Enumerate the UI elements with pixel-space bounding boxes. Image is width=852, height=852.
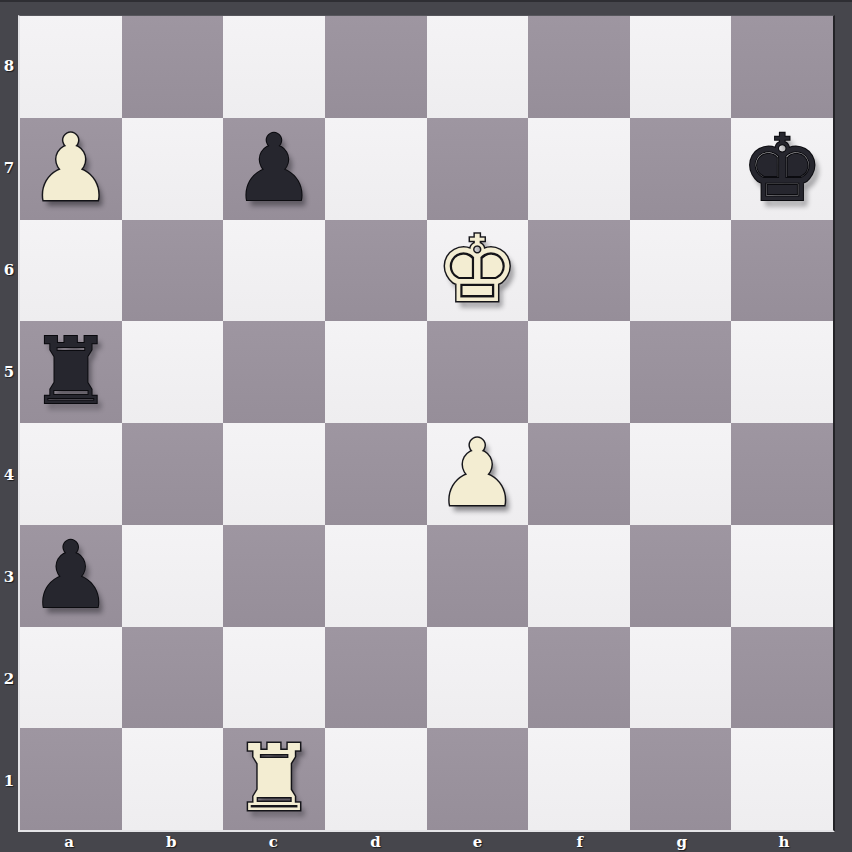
square-d1[interactable] (325, 728, 427, 830)
square-c4[interactable] (223, 423, 325, 525)
rank-label-3: 3 (0, 526, 18, 628)
square-d6[interactable] (325, 220, 427, 322)
piece-white-king-e6[interactable]: ♚ (436, 224, 518, 316)
square-g1[interactable] (630, 728, 732, 830)
square-h3[interactable] (731, 525, 833, 627)
square-h1[interactable] (731, 728, 833, 830)
square-f8[interactable] (528, 16, 630, 118)
square-b2[interactable] (122, 627, 224, 729)
file-label-g: g (631, 832, 733, 852)
square-b3[interactable] (122, 525, 224, 627)
square-f2[interactable] (528, 627, 630, 729)
square-e6[interactable]: ♚ (427, 220, 529, 322)
square-d2[interactable] (325, 627, 427, 729)
square-e7[interactable] (427, 118, 529, 220)
square-h5[interactable] (731, 321, 833, 423)
square-g2[interactable] (630, 627, 732, 729)
rank-label-1: 1 (0, 730, 18, 832)
square-c3[interactable] (223, 525, 325, 627)
square-c2[interactable] (223, 627, 325, 729)
chess-board: ♟♟♚♚♜♟♟♜ (18, 15, 835, 832)
square-b7[interactable] (122, 118, 224, 220)
square-d5[interactable] (325, 321, 427, 423)
square-a7[interactable]: ♟ (20, 118, 122, 220)
square-a2[interactable] (20, 627, 122, 729)
file-label-e: e (427, 832, 529, 852)
square-a6[interactable] (20, 220, 122, 322)
square-d8[interactable] (325, 16, 427, 118)
rank-label-5: 5 (0, 321, 18, 423)
square-f5[interactable] (528, 321, 630, 423)
piece-black-rook-a5[interactable]: ♜ (30, 326, 112, 418)
square-e8[interactable] (427, 16, 529, 118)
file-label-a: a (18, 832, 120, 852)
piece-white-pawn-e4[interactable]: ♟ (436, 428, 518, 520)
square-h4[interactable] (731, 423, 833, 525)
square-g4[interactable] (630, 423, 732, 525)
square-g7[interactable] (630, 118, 732, 220)
file-label-f: f (529, 832, 631, 852)
file-label-c: c (222, 832, 324, 852)
square-b1[interactable] (122, 728, 224, 830)
square-e1[interactable] (427, 728, 529, 830)
square-c6[interactable] (223, 220, 325, 322)
piece-black-king-h7[interactable]: ♚ (741, 123, 823, 215)
square-h7[interactable]: ♚ (731, 118, 833, 220)
rank-label-6: 6 (0, 219, 18, 321)
square-e4[interactable]: ♟ (427, 423, 529, 525)
file-labels: abcdefgh (18, 832, 835, 852)
square-b5[interactable] (122, 321, 224, 423)
piece-black-pawn-a3[interactable]: ♟ (30, 530, 112, 622)
square-a4[interactable] (20, 423, 122, 525)
square-f1[interactable] (528, 728, 630, 830)
square-c1[interactable]: ♜ (223, 728, 325, 830)
square-e2[interactable] (427, 627, 529, 729)
square-e3[interactable] (427, 525, 529, 627)
rank-label-2: 2 (0, 628, 18, 730)
square-b6[interactable] (122, 220, 224, 322)
square-g8[interactable] (630, 16, 732, 118)
rank-labels: 87654321 (0, 15, 18, 832)
file-label-b: b (120, 832, 222, 852)
square-h8[interactable] (731, 16, 833, 118)
square-a3[interactable]: ♟ (20, 525, 122, 627)
square-c8[interactable] (223, 16, 325, 118)
square-b8[interactable] (122, 16, 224, 118)
square-c7[interactable]: ♟ (223, 118, 325, 220)
square-d3[interactable] (325, 525, 427, 627)
piece-white-rook-c1[interactable]: ♜ (233, 733, 315, 825)
square-g5[interactable] (630, 321, 732, 423)
rank-label-7: 7 (0, 117, 18, 219)
rank-label-8: 8 (0, 15, 18, 117)
square-f3[interactable] (528, 525, 630, 627)
square-f6[interactable] (528, 220, 630, 322)
piece-white-pawn-a7[interactable]: ♟ (30, 123, 112, 215)
square-a1[interactable] (20, 728, 122, 830)
piece-black-pawn-c7[interactable]: ♟ (233, 123, 315, 215)
square-a5[interactable]: ♜ (20, 321, 122, 423)
chess-board-frame: 87654321 ♟♟♚♚♜♟♟♜ abcdefgh (0, 0, 852, 852)
square-h2[interactable] (731, 627, 833, 729)
square-g6[interactable] (630, 220, 732, 322)
square-c5[interactable] (223, 321, 325, 423)
square-a8[interactable] (20, 16, 122, 118)
file-label-d: d (324, 832, 426, 852)
square-d4[interactable] (325, 423, 427, 525)
square-d7[interactable] (325, 118, 427, 220)
square-h6[interactable] (731, 220, 833, 322)
square-e5[interactable] (427, 321, 529, 423)
square-g3[interactable] (630, 525, 732, 627)
rank-label-4: 4 (0, 424, 18, 526)
square-f4[interactable] (528, 423, 630, 525)
square-b4[interactable] (122, 423, 224, 525)
square-f7[interactable] (528, 118, 630, 220)
file-label-h: h (733, 832, 835, 852)
